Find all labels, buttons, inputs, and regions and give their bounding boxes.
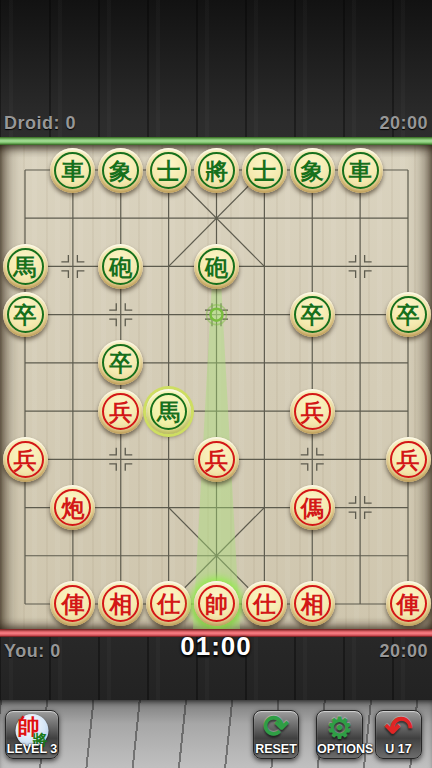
piece-black-advisor-f5r0[interactable]: 士 xyxy=(242,148,287,193)
piece-glyph: 象 xyxy=(294,152,331,189)
piece-glyph: 相 xyxy=(102,585,139,622)
piece-glyph: 相 xyxy=(294,585,331,622)
piece-glyph: 兵 xyxy=(294,393,331,430)
piece-glyph: 卒 xyxy=(102,344,139,381)
level-button[interactable]: 帥 將 LEVEL 3 xyxy=(5,710,59,759)
piece-glyph: 兵 xyxy=(7,441,44,478)
player-clock: 20:00 xyxy=(379,642,428,660)
gear-icon: ⚙ xyxy=(317,713,362,743)
piece-red-soldier-f4r6[interactable]: 兵 xyxy=(194,437,239,482)
piece-glyph: 將 xyxy=(198,152,235,189)
toolbar-background xyxy=(0,700,432,768)
piece-glyph: 俥 xyxy=(54,585,91,622)
piece-red-horse-f6r7[interactable]: 傌 xyxy=(290,485,335,530)
piece-red-chariot-f8r9[interactable]: 俥 xyxy=(386,581,431,626)
undo-button-label: U 17 xyxy=(376,742,421,756)
move-timer: 01:00 xyxy=(0,633,432,659)
piece-black-elephant-f6r0[interactable]: 象 xyxy=(290,148,335,193)
options-button[interactable]: ⚙ OPTIONS xyxy=(316,710,363,759)
piece-black-horse-f0r2[interactable]: 馬 xyxy=(3,244,48,289)
piece-glyph: 士 xyxy=(150,152,187,189)
piece-black-soldier-f0r3[interactable]: 卒 xyxy=(3,292,48,337)
piece-black-soldier-f8r3[interactable]: 卒 xyxy=(386,292,431,337)
piece-black-cannon-f2r2[interactable]: 砲 xyxy=(98,244,143,289)
reset-button-label: RESET xyxy=(254,742,298,756)
piece-glyph: 車 xyxy=(342,152,379,189)
reset-button[interactable]: ⟳ RESET xyxy=(253,710,299,759)
piece-glyph: 兵 xyxy=(102,393,139,430)
piece-glyph: 兵 xyxy=(390,441,427,478)
piece-red-soldier-f2r5[interactable]: 兵 xyxy=(98,389,143,434)
refresh-icon: ⟳ xyxy=(254,711,298,744)
piece-black-general-f4r0[interactable]: 將 xyxy=(194,148,239,193)
piece-glyph: 卒 xyxy=(390,296,427,333)
opponent-clock: 20:00 xyxy=(379,114,428,132)
piece-glyph: 卒 xyxy=(7,296,44,333)
opponent-score: Droid: 0 xyxy=(4,114,76,132)
piece-red-soldier-f6r5[interactable]: 兵 xyxy=(290,389,335,434)
piece-glyph: 砲 xyxy=(102,248,139,285)
piece-red-elephant-f6r9[interactable]: 相 xyxy=(290,581,335,626)
piece-glyph: 卒 xyxy=(294,296,331,333)
piece-black-advisor-f3r0[interactable]: 士 xyxy=(146,148,191,193)
opponent-turn-bar xyxy=(0,137,432,145)
piece-glyph: 仕 xyxy=(150,585,187,622)
piece-red-soldier-f8r6[interactable]: 兵 xyxy=(386,437,431,482)
xiangqi-board[interactable]: 車象士將士象車馬砲砲卒卒卒卒兵馬兵兵兵兵炮傌俥相仕帥仕相俥 xyxy=(0,145,432,630)
piece-glyph: 帥 xyxy=(198,585,235,622)
piece-glyph: 砲 xyxy=(198,248,235,285)
board-grid xyxy=(0,145,432,630)
options-button-label: OPTIONS xyxy=(317,742,362,756)
piece-black-soldier-f6r3[interactable]: 卒 xyxy=(290,292,335,337)
piece-black-horse-f3r5[interactable]: 馬 xyxy=(146,389,191,434)
level-button-label: LEVEL 3 xyxy=(6,742,58,756)
piece-black-chariot-f1r0[interactable]: 車 xyxy=(50,148,95,193)
piece-glyph: 車 xyxy=(54,152,91,189)
piece-black-cannon-f4r2[interactable]: 砲 xyxy=(194,244,239,289)
piece-glyph: 俥 xyxy=(390,585,427,622)
piece-glyph: 傌 xyxy=(294,489,331,526)
piece-glyph: 仕 xyxy=(246,585,283,622)
app-screen: Droid: 0 20:00 車象士將士象車馬砲砲卒卒卒卒兵馬兵兵兵兵炮傌俥相仕… xyxy=(0,0,432,768)
piece-red-soldier-f0r6[interactable]: 兵 xyxy=(3,437,48,482)
piece-glyph: 兵 xyxy=(198,441,235,478)
piece-glyph: 馬 xyxy=(7,248,44,285)
piece-glyph: 炮 xyxy=(54,489,91,526)
piece-glyph: 象 xyxy=(102,152,139,189)
piece-black-elephant-f2r0[interactable]: 象 xyxy=(98,148,143,193)
last-move-origin-marker xyxy=(211,309,223,321)
undo-button[interactable]: ↶ U 17 xyxy=(375,710,422,759)
piece-glyph: 士 xyxy=(246,152,283,189)
piece-glyph: 馬 xyxy=(150,393,187,430)
piece-black-chariot-f7r0[interactable]: 車 xyxy=(338,148,383,193)
